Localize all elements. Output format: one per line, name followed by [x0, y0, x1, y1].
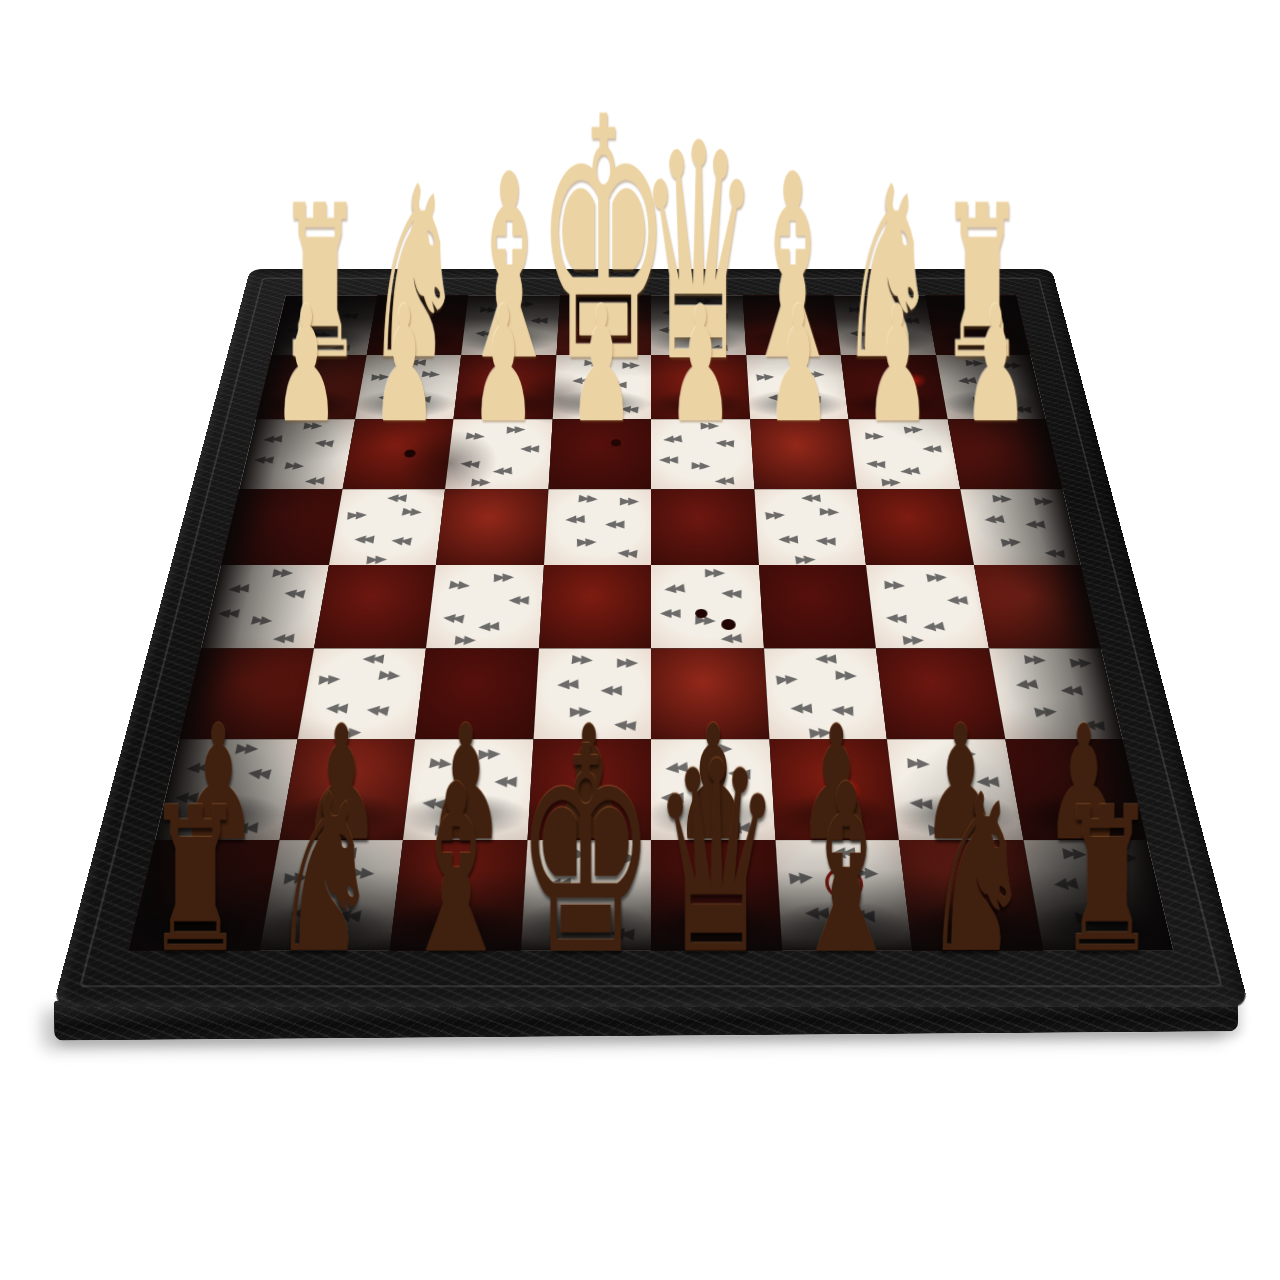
pieces-layer: ♜♞♝♚♛♝♞♜♟♟♟♟♟♟♟♟♟♟♟♟♟♟♟♟♜♞♝♚♛♝♞♜ — [128, 295, 1173, 951]
cell-e8: ♚ — [520, 840, 651, 951]
piece-black-rook-a8[interactable]: ♜ — [1058, 781, 1157, 981]
rewind-icon: ◀◀ — [565, 514, 582, 525]
piece-white-pawn-e2[interactable]: ♟ — [569, 284, 634, 444]
cell-a8: ♜ — [1023, 840, 1174, 951]
fast-forward-icon: ▶▶ — [348, 509, 365, 520]
rewind-icon: ◀◀ — [663, 582, 682, 595]
cell-a2: ♟ — [936, 355, 1046, 419]
cell-h8: ♜ — [128, 840, 279, 951]
piece-white-pawn-g2[interactable]: ♟ — [372, 284, 437, 444]
piece-black-knight-b8[interactable]: ♞ — [923, 766, 1031, 984]
piece-white-pawn-h2[interactable]: ♟ — [274, 284, 339, 444]
cell-b8: ♞ — [899, 840, 1043, 951]
cell-g8: ♞ — [259, 840, 403, 951]
cell-c2: ♟ — [746, 355, 849, 419]
piece-black-bishop-c8[interactable]: ♝ — [789, 754, 904, 987]
rewind-icon: ◀◀ — [662, 433, 679, 444]
piece-white-pawn-c2[interactable]: ♟ — [766, 284, 831, 444]
cell-f8: ♝ — [390, 840, 527, 951]
fast-forward-icon: ▶▶ — [765, 509, 783, 520]
rewind-icon: ◀◀ — [263, 433, 280, 444]
piece-black-queen-d8[interactable]: ♛ — [651, 727, 781, 991]
cell-c8: ♝ — [775, 840, 912, 951]
rewind-icon: ◀◀ — [228, 582, 247, 595]
piece-black-king-e8[interactable]: ♚ — [516, 710, 656, 995]
piece-white-pawn-d2[interactable]: ♟ — [668, 284, 733, 444]
cell-b2: ♟ — [841, 355, 947, 419]
cell-d2: ♟ — [651, 355, 750, 419]
cell-g2: ♟ — [355, 355, 461, 419]
piece-black-knight-g8[interactable]: ♞ — [271, 766, 379, 984]
photo-background: ▶▶◀◀◀◀◀◀▶▶◀◀▶▶▶▶◀◀◀◀◀◀▶▶▶▶◀◀◀◀◀◀▶▶◀◀▶▶▶▶… — [0, 0, 1280, 1280]
cell-h2: ♟ — [256, 355, 366, 419]
piece-white-pawn-f2[interactable]: ♟ — [471, 284, 536, 444]
piece-black-bishop-f8[interactable]: ♝ — [398, 754, 513, 987]
piece-white-pawn-b2[interactable]: ♟ — [865, 284, 930, 444]
cell-f2: ♟ — [453, 355, 556, 419]
piece-black-rook-h8[interactable]: ♜ — [146, 781, 245, 981]
piece-white-pawn-a2[interactable]: ♟ — [964, 284, 1029, 444]
chess-board: ▶▶◀◀◀◀◀◀▶▶◀◀▶▶▶▶◀◀◀◀◀◀▶▶▶▶◀◀◀◀◀◀▶▶◀◀▶▶▶▶… — [53, 269, 1250, 1007]
rewind-icon: ◀◀ — [721, 587, 739, 599]
cell-e2: ♟ — [552, 355, 651, 419]
rewind-icon: ◀◀ — [983, 514, 1003, 525]
cell-d8: ♛ — [651, 840, 782, 951]
rewind-icon: ◀◀ — [283, 587, 303, 599]
scene: ▶▶◀◀◀◀◀◀▶▶◀◀▶▶▶▶◀◀◀◀◀◀▶▶▶▶◀◀◀◀◀◀▶▶◀◀▶▶▶▶… — [0, 0, 1280, 1280]
